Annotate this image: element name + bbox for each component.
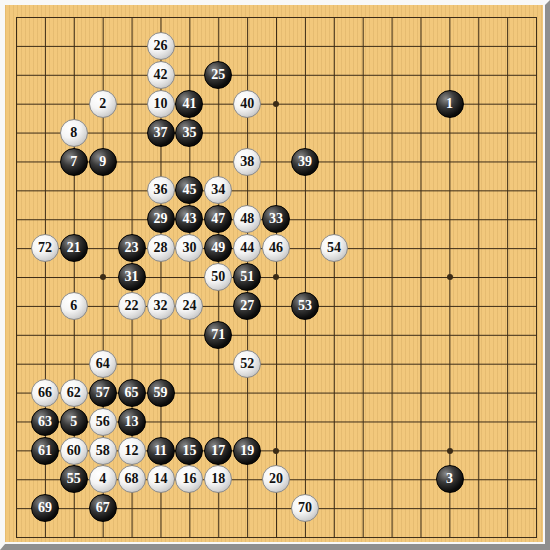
stone-44-white: 44: [233, 234, 261, 262]
star-point-icon: [100, 274, 106, 280]
stone-27-black: 27: [233, 292, 261, 320]
stone-55-black: 55: [60, 465, 88, 493]
stone-5-black: 5: [60, 408, 88, 436]
stone-68-white: 68: [118, 465, 146, 493]
star-point-icon: [273, 448, 279, 454]
stone-22-white: 22: [118, 292, 146, 320]
stone-54-white: 54: [320, 234, 348, 262]
stone-57-black: 57: [89, 379, 117, 407]
stone-28-white: 28: [147, 234, 175, 262]
stone-25-black: 25: [204, 61, 232, 89]
stone-9-black: 9: [89, 148, 117, 176]
stone-49-black: 49: [204, 234, 232, 262]
star-point-icon: [273, 274, 279, 280]
stone-43-black: 43: [175, 205, 203, 233]
stone-19-black: 19: [233, 437, 261, 465]
stone-46-white: 46: [262, 234, 290, 262]
stone-10-white: 10: [147, 90, 175, 118]
stone-71-black: 71: [204, 321, 232, 349]
stone-6-white: 6: [60, 292, 88, 320]
stone-24-white: 24: [175, 292, 203, 320]
stone-42-white: 42: [147, 61, 175, 89]
stone-26-white: 26: [147, 32, 175, 60]
stone-62-white: 62: [60, 379, 88, 407]
stone-13-black: 13: [118, 408, 146, 436]
stone-48-white: 48: [233, 205, 261, 233]
stone-40-white: 40: [233, 90, 261, 118]
stone-52-white: 52: [233, 350, 261, 378]
stone-66-white: 66: [31, 379, 59, 407]
stone-15-black: 15: [175, 437, 203, 465]
stone-35-black: 35: [175, 119, 203, 147]
stone-61-black: 61: [31, 437, 59, 465]
stone-11-black: 11: [147, 437, 175, 465]
stone-47-black: 47: [204, 205, 232, 233]
stone-1-black: 1: [436, 90, 464, 118]
stone-36-white: 36: [147, 176, 175, 204]
stone-7-black: 7: [60, 148, 88, 176]
stone-64-white: 64: [89, 350, 117, 378]
stone-18-white: 18: [204, 465, 232, 493]
stone-38-white: 38: [233, 148, 261, 176]
go-board[interactable]: 1234567891011121314151617181920212223242…: [0, 0, 550, 550]
star-point-icon: [273, 101, 279, 107]
stone-69-black: 69: [31, 494, 59, 522]
stone-8-white: 8: [60, 119, 88, 147]
stone-31-black: 31: [118, 263, 146, 291]
stone-16-white: 16: [175, 465, 203, 493]
stone-60-white: 60: [60, 437, 88, 465]
stone-29-black: 29: [147, 205, 175, 233]
stone-67-black: 67: [89, 494, 117, 522]
stone-41-black: 41: [175, 90, 203, 118]
star-point-icon: [447, 274, 453, 280]
stone-72-white: 72: [31, 234, 59, 262]
stone-21-black: 21: [60, 234, 88, 262]
stone-53-black: 53: [291, 292, 319, 320]
stone-30-white: 30: [175, 234, 203, 262]
star-point-icon: [447, 448, 453, 454]
stone-20-white: 20: [262, 465, 290, 493]
stone-63-black: 63: [31, 408, 59, 436]
stone-14-white: 14: [147, 465, 175, 493]
stone-45-black: 45: [175, 176, 203, 204]
stone-39-black: 39: [291, 148, 319, 176]
stone-3-black: 3: [436, 465, 464, 493]
stone-37-black: 37: [147, 119, 175, 147]
stone-12-white: 12: [118, 437, 146, 465]
stone-56-white: 56: [89, 408, 117, 436]
stone-23-black: 23: [118, 234, 146, 262]
stone-50-white: 50: [204, 263, 232, 291]
stone-34-white: 34: [204, 176, 232, 204]
stone-51-black: 51: [233, 263, 261, 291]
stone-65-black: 65: [118, 379, 146, 407]
stone-2-white: 2: [89, 90, 117, 118]
stone-17-black: 17: [204, 437, 232, 465]
stone-58-white: 58: [89, 437, 117, 465]
stone-59-black: 59: [147, 379, 175, 407]
stone-70-white: 70: [291, 494, 319, 522]
stone-33-black: 33: [262, 205, 290, 233]
stone-32-white: 32: [147, 292, 175, 320]
stone-4-white: 4: [89, 465, 117, 493]
